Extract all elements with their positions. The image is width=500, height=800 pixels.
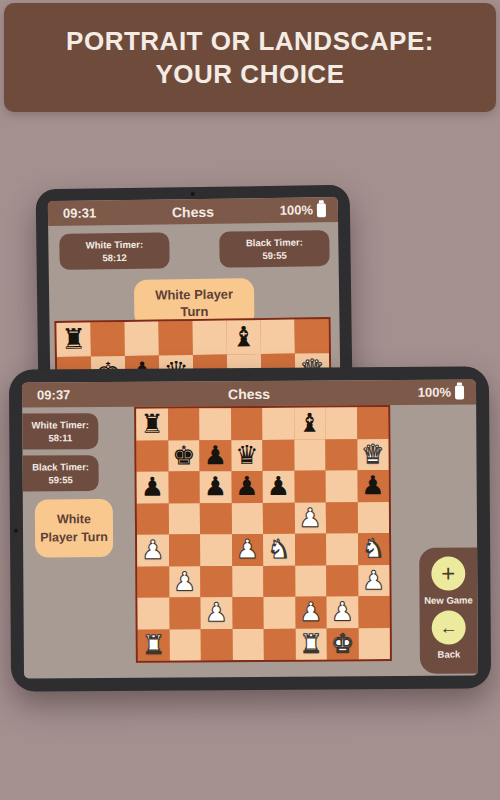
- piece-white-pawn: ♟: [298, 502, 322, 534]
- square-h5[interactable]: [357, 502, 389, 534]
- square-e1[interactable]: [264, 628, 296, 660]
- piece-white-pawn: ♟: [236, 534, 260, 566]
- square-h4[interactable]: ♞: [358, 533, 390, 565]
- square-e8[interactable]: [192, 321, 226, 355]
- square-b2[interactable]: [169, 597, 201, 629]
- piece-white-rook: ♜: [142, 629, 166, 661]
- square-d2[interactable]: [232, 597, 264, 629]
- piece-white-rook: ♜: [299, 628, 323, 660]
- action-panel: + New Game ← Back: [419, 547, 478, 673]
- piece-black-rook: ♜: [140, 409, 164, 441]
- piece-black-pawn: ♟: [141, 472, 165, 504]
- battery-status: 100%: [418, 385, 464, 400]
- black-timer-value: 59:55: [25, 473, 97, 487]
- square-g5[interactable]: [326, 502, 358, 534]
- square-b4[interactable]: [169, 534, 201, 566]
- square-h6[interactable]: ♟: [357, 470, 389, 502]
- square-b8[interactable]: [90, 322, 124, 356]
- piece-white-pawn: ♟: [173, 566, 197, 598]
- square-e3[interactable]: [263, 565, 295, 597]
- square-d5[interactable]: [231, 502, 263, 534]
- piece-black-king: ♚: [172, 440, 196, 472]
- white-timer-badge: White Timer: 58:12: [59, 232, 169, 270]
- new-game-label: New Game: [424, 594, 473, 605]
- piece-white-pawn: ♟: [299, 596, 323, 628]
- square-h3[interactable]: ♟: [358, 565, 390, 597]
- piece-black-bishop: ♝: [231, 320, 257, 354]
- tablet-landscape: Chess 09:37 100% White Timer: 58:11 Blac…: [9, 366, 491, 691]
- white-timer-badge: White Timer: 58:11: [22, 413, 98, 450]
- square-d6[interactable]: ♟: [231, 471, 263, 503]
- battery-percent: 100%: [280, 202, 313, 217]
- square-h7[interactable]: ♛: [357, 439, 389, 471]
- clock-time: 09:37: [37, 387, 70, 402]
- square-a4[interactable]: ♟: [137, 535, 169, 567]
- piece-white-pawn: ♟: [205, 597, 229, 629]
- white-timer-value: 58:11: [24, 431, 96, 445]
- plus-icon: +: [441, 557, 455, 591]
- square-d4[interactable]: ♟: [232, 534, 264, 566]
- square-h1[interactable]: [358, 628, 390, 660]
- square-a7[interactable]: [136, 440, 168, 472]
- square-c2[interactable]: ♟: [200, 597, 232, 629]
- battery-icon: [317, 203, 326, 217]
- square-g1[interactable]: ♚: [327, 628, 359, 660]
- battery-status: 100%: [280, 202, 326, 218]
- piece-black-rook: ♜: [61, 323, 87, 357]
- square-f2[interactable]: ♟: [295, 596, 327, 628]
- black-timer-label: Black Timer:: [25, 460, 97, 474]
- square-f8[interactable]: ♝: [226, 320, 260, 354]
- square-b1[interactable]: [169, 629, 201, 661]
- square-c8[interactable]: [199, 408, 231, 440]
- square-b7[interactable]: ♚: [168, 440, 200, 472]
- battery-percent: 100%: [418, 385, 451, 400]
- white-timer-label: White Timer:: [69, 237, 159, 251]
- square-b3[interactable]: ♟: [169, 566, 201, 598]
- square-b8[interactable]: [168, 408, 200, 440]
- piece-black-pawn: ♟: [235, 471, 259, 503]
- square-e2[interactable]: [263, 597, 295, 629]
- tablet-landscape-screen: Chess 09:37 100% White Timer: 58:11 Blac…: [22, 379, 478, 678]
- piece-white-pawn: ♟: [331, 596, 355, 628]
- piece-white-king: ♚: [331, 628, 355, 660]
- piece-black-pawn: ♟: [203, 440, 227, 472]
- new-game-button[interactable]: +: [431, 556, 465, 590]
- black-timer-label: Black Timer:: [229, 235, 319, 249]
- square-b5[interactable]: [168, 503, 200, 535]
- square-g6[interactable]: [326, 470, 358, 502]
- piece-black-bishop: ♝: [298, 408, 322, 440]
- piece-black-pawn: ♟: [267, 471, 291, 503]
- banner-line-1: PORTRAIT OR LANDSCAPE:: [66, 25, 434, 58]
- square-e7[interactable]: [262, 439, 294, 471]
- square-d3[interactable]: [232, 565, 264, 597]
- square-a8[interactable]: ♜: [56, 322, 90, 356]
- promo-banner: PORTRAIT OR LANDSCAPE: YOUR CHOICE: [4, 3, 496, 112]
- banner-line-2: YOUR CHOICE: [156, 58, 345, 91]
- square-f1[interactable]: ♜: [295, 628, 327, 660]
- battery-icon: [455, 385, 464, 399]
- square-f8[interactable]: ♝: [294, 407, 326, 439]
- game-area: White Timer: 58:11 Black Timer: 59:55 Wh…: [22, 404, 478, 678]
- piece-black-queen: ♛: [235, 439, 259, 471]
- camera-dot: [14, 529, 18, 533]
- square-c1[interactable]: [201, 629, 233, 661]
- square-g8[interactable]: [260, 320, 294, 354]
- white-timer-value: 58:12: [69, 250, 159, 264]
- square-e5[interactable]: [263, 502, 295, 534]
- back-button[interactable]: ←: [432, 610, 466, 644]
- app-title: Chess: [22, 384, 476, 403]
- square-d8[interactable]: [231, 408, 263, 440]
- turn-indicator: White Player Turn: [35, 499, 113, 558]
- piece-white-queen: ♛: [361, 439, 385, 471]
- square-a1[interactable]: ♜: [138, 629, 170, 661]
- square-c4[interactable]: [200, 534, 232, 566]
- piece-black-pawn: ♟: [361, 470, 385, 502]
- square-f6[interactable]: [294, 470, 326, 502]
- piece-white-knight: ♞: [362, 533, 386, 565]
- piece-white-pawn: ♟: [141, 535, 165, 567]
- square-b6[interactable]: [168, 471, 200, 503]
- square-d7[interactable]: ♛: [231, 439, 263, 471]
- square-a5[interactable]: [137, 503, 169, 535]
- square-e6[interactable]: ♟: [263, 471, 295, 503]
- square-g8[interactable]: [325, 407, 357, 439]
- black-timer-badge: Black Timer: 59:55: [219, 230, 329, 268]
- square-f4[interactable]: [295, 533, 327, 565]
- back-label: Back: [437, 649, 460, 660]
- square-h8[interactable]: [357, 407, 389, 439]
- camera-dot: [191, 192, 195, 196]
- square-g4[interactable]: [326, 533, 358, 565]
- square-f5[interactable]: ♟: [294, 502, 326, 534]
- square-g3[interactable]: [326, 565, 358, 597]
- back-arrow-icon: ←: [440, 611, 458, 645]
- piece-white-knight: ♞: [267, 534, 291, 566]
- square-g2[interactable]: ♟: [326, 596, 358, 628]
- square-f3[interactable]: [295, 565, 327, 597]
- piece-white-pawn: ♟: [362, 565, 386, 597]
- square-f7[interactable]: [294, 439, 326, 471]
- square-d1[interactable]: [232, 628, 264, 660]
- square-a2[interactable]: [137, 598, 169, 630]
- square-c6[interactable]: ♟: [200, 471, 232, 503]
- chess-board[interactable]: ♜♝♚♟♛♛♟♟♟♟♟♟♟♟♞♞♟♟♟♟♟♜♜♚: [134, 405, 392, 663]
- white-timer-label: White Timer:: [24, 418, 96, 432]
- square-c8[interactable]: [124, 322, 158, 356]
- square-a6[interactable]: ♟: [137, 472, 169, 504]
- square-h8[interactable]: [294, 319, 328, 353]
- square-d8[interactable]: [158, 321, 192, 355]
- status-bar: Chess 09:37 100%: [22, 379, 476, 407]
- black-timer-badge: Black Timer: 59:55: [22, 455, 98, 492]
- square-g7[interactable]: [325, 439, 357, 471]
- timer-row: White Timer: 58:12 Black Timer: 59:55: [59, 230, 329, 270]
- square-c7[interactable]: ♟: [199, 440, 231, 472]
- clock-time: 09:31: [63, 205, 96, 220]
- square-e4[interactable]: ♞: [263, 534, 295, 566]
- square-e8[interactable]: [262, 408, 294, 440]
- square-a8[interactable]: ♜: [136, 409, 168, 441]
- square-c5[interactable]: [200, 503, 232, 535]
- square-a3[interactable]: [137, 566, 169, 598]
- square-h2[interactable]: [358, 596, 390, 628]
- black-timer-value: 59:55: [229, 248, 319, 262]
- square-c3[interactable]: [200, 566, 232, 598]
- piece-black-pawn: ♟: [204, 471, 228, 503]
